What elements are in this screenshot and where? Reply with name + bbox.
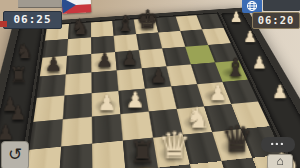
czech-flag-icon bbox=[62, 0, 92, 14]
square-a2[interactable] bbox=[25, 147, 61, 168]
undo-icon: ↺ bbox=[8, 145, 22, 164]
square-d2[interactable]: ♜ bbox=[123, 138, 158, 168]
home-icon: ⌂ bbox=[276, 154, 283, 168]
square-b8[interactable]: ♞ bbox=[68, 22, 91, 39]
chess-game-scene: ♞♜♟♟♟♟ ♞♝♚♟♟♟♟♝♟♟♟♞♜♛♛♝♜♚ ♟♟♟♟ 06:25 06:… bbox=[0, 0, 300, 168]
square-d5[interactable] bbox=[117, 68, 145, 91]
square-b6[interactable] bbox=[66, 54, 92, 75]
square-d8[interactable]: ♝ bbox=[112, 20, 136, 36]
black-bishop[interactable]: ♝ bbox=[224, 55, 246, 80]
square-h7[interactable] bbox=[202, 28, 231, 45]
square-e5[interactable]: ♟ bbox=[142, 66, 172, 88]
white-pawn[interactable]: ♟ bbox=[96, 93, 115, 115]
square-e8[interactable]: ♚ bbox=[134, 18, 159, 34]
captured-black-pawn: ♟ bbox=[9, 103, 26, 122]
more-options-icon: ••• bbox=[271, 139, 285, 148]
square-c2[interactable] bbox=[92, 141, 125, 168]
black-pawn[interactable]: ♟ bbox=[121, 49, 138, 68]
black-queen[interactable]: ♛ bbox=[220, 122, 253, 158]
square-b5[interactable] bbox=[64, 72, 91, 95]
square-h5[interactable]: ♝ bbox=[215, 61, 248, 82]
white-pawn[interactable]: ♟ bbox=[125, 90, 144, 112]
more-options-button[interactable]: ••• bbox=[261, 137, 295, 152]
square-c6[interactable]: ♟ bbox=[91, 52, 117, 72]
black-pawn[interactable]: ♟ bbox=[149, 66, 167, 86]
square-b7[interactable] bbox=[67, 37, 91, 55]
square-a5[interactable] bbox=[37, 75, 66, 98]
white-pawn[interactable]: ♟ bbox=[208, 83, 227, 104]
square-a4[interactable] bbox=[33, 96, 64, 123]
captured-white-pawn: ♟ bbox=[252, 54, 267, 71]
captured-white-pawn: ♟ bbox=[243, 29, 257, 44]
black-pawn[interactable]: ♟ bbox=[44, 55, 61, 74]
square-d4[interactable]: ♟ bbox=[119, 89, 149, 115]
black-rook[interactable]: ♜ bbox=[128, 137, 156, 168]
captured-black-rook: ♜ bbox=[9, 64, 28, 85]
captured-white-pawn: ♟ bbox=[230, 9, 243, 23]
square-c5[interactable] bbox=[91, 70, 118, 93]
undo-button[interactable]: ↺ bbox=[1, 141, 29, 168]
black-pawn[interactable]: ♟ bbox=[95, 51, 112, 70]
square-c4[interactable]: ♟ bbox=[92, 91, 121, 117]
right-player-name-bar bbox=[263, 0, 300, 11]
square-a6[interactable]: ♟ bbox=[40, 56, 67, 77]
square-a3[interactable] bbox=[29, 119, 62, 149]
left-player-name-bar bbox=[18, 0, 62, 8]
square-b4[interactable] bbox=[63, 93, 92, 119]
captured-black-knight: ♞ bbox=[16, 42, 34, 62]
home-button[interactable]: ⌂ bbox=[267, 154, 293, 168]
black-bishop[interactable]: ♝ bbox=[115, 13, 134, 34]
left-player-clock: 06:25 bbox=[3, 11, 62, 29]
board-platform: ♞♜♟♟♟♟ ♞♝♚♟♟♟♟♝♟♟♟♞♜♛♛♝♜♚ ♟♟♟♟ bbox=[0, 7, 300, 168]
square-b2[interactable] bbox=[59, 144, 93, 168]
square-h8[interactable] bbox=[196, 14, 223, 30]
square-d6[interactable]: ♟ bbox=[115, 50, 142, 70]
white-queen[interactable]: ♛ bbox=[157, 128, 190, 165]
square-g8[interactable] bbox=[176, 15, 202, 31]
square-e2[interactable]: ♛ bbox=[153, 135, 190, 168]
black-king[interactable]: ♚ bbox=[136, 7, 159, 33]
square-b3[interactable] bbox=[61, 117, 92, 147]
captured-white-pawn: ♟ bbox=[271, 82, 287, 100]
turn-indicator bbox=[0, 21, 7, 27]
right-player-clock: 06:20 bbox=[252, 12, 300, 29]
black-knight[interactable]: ♞ bbox=[70, 16, 89, 38]
square-c3[interactable] bbox=[92, 114, 123, 144]
